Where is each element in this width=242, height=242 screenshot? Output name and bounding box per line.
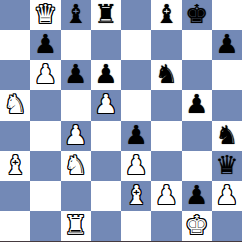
white-knight[interactable]: ♞ bbox=[64, 152, 87, 178]
black-knight[interactable]: ♞ bbox=[215, 122, 238, 148]
square-d6[interactable]: ♟ bbox=[91, 60, 121, 90]
square-a7[interactable] bbox=[0, 30, 30, 60]
white-pawn[interactable]: ♟ bbox=[124, 152, 147, 178]
square-a8[interactable] bbox=[0, 0, 30, 30]
square-c6[interactable]: ♟ bbox=[61, 60, 91, 90]
square-b7[interactable]: ♟ bbox=[30, 30, 60, 60]
square-h2[interactable]: ♟ bbox=[212, 181, 242, 211]
square-c2[interactable] bbox=[61, 181, 91, 211]
black-queen[interactable]: ♛ bbox=[215, 152, 238, 178]
square-f3[interactable] bbox=[151, 151, 181, 181]
square-g4[interactable] bbox=[182, 121, 212, 151]
square-f1[interactable] bbox=[151, 211, 181, 241]
square-b2[interactable] bbox=[30, 181, 60, 211]
white-bishop[interactable]: ♝ bbox=[3, 152, 26, 178]
square-a5[interactable]: ♞ bbox=[0, 90, 30, 120]
square-b4[interactable] bbox=[30, 121, 60, 151]
square-g6[interactable] bbox=[182, 60, 212, 90]
square-e5[interactable] bbox=[121, 90, 151, 120]
square-g7[interactable] bbox=[182, 30, 212, 60]
square-f7[interactable] bbox=[151, 30, 181, 60]
black-knight[interactable]: ♞ bbox=[155, 61, 178, 87]
square-e3[interactable]: ♟ bbox=[121, 151, 151, 181]
square-d4[interactable] bbox=[91, 121, 121, 151]
square-e1[interactable] bbox=[121, 211, 151, 241]
square-g1[interactable]: ♚ bbox=[182, 211, 212, 241]
white-knight[interactable]: ♞ bbox=[3, 91, 26, 117]
square-a1[interactable] bbox=[0, 211, 30, 241]
square-g3[interactable] bbox=[182, 151, 212, 181]
square-h6[interactable] bbox=[212, 60, 242, 90]
square-h5[interactable] bbox=[212, 90, 242, 120]
square-e7[interactable] bbox=[121, 30, 151, 60]
square-f4[interactable] bbox=[151, 121, 181, 151]
square-d8[interactable]: ♜ bbox=[91, 0, 121, 30]
white-queen[interactable]: ♛ bbox=[34, 1, 57, 27]
square-g5[interactable]: ♟ bbox=[182, 90, 212, 120]
white-rook[interactable]: ♜ bbox=[64, 212, 87, 238]
square-c4[interactable]: ♟ bbox=[61, 121, 91, 151]
square-e2[interactable]: ♝ bbox=[121, 181, 151, 211]
square-a3[interactable]: ♝ bbox=[0, 151, 30, 181]
square-f6[interactable]: ♞ bbox=[151, 60, 181, 90]
square-b3[interactable] bbox=[30, 151, 60, 181]
white-bishop[interactable]: ♝ bbox=[124, 182, 147, 208]
square-b1[interactable] bbox=[30, 211, 60, 241]
square-c8[interactable]: ♝ bbox=[61, 0, 91, 30]
white-pawn[interactable]: ♟ bbox=[215, 182, 238, 208]
black-bishop[interactable]: ♝ bbox=[155, 1, 178, 27]
square-g2[interactable]: ♟ bbox=[182, 181, 212, 211]
black-pawn[interactable]: ♟ bbox=[215, 31, 238, 57]
square-f8[interactable]: ♝ bbox=[151, 0, 181, 30]
square-c5[interactable] bbox=[61, 90, 91, 120]
square-a2[interactable] bbox=[0, 181, 30, 211]
black-rook[interactable]: ♜ bbox=[94, 1, 117, 27]
square-b6[interactable]: ♟ bbox=[30, 60, 60, 90]
square-h4[interactable]: ♞ bbox=[212, 121, 242, 151]
white-pawn[interactable]: ♟ bbox=[94, 91, 117, 117]
square-f5[interactable] bbox=[151, 90, 181, 120]
white-pawn[interactable]: ♟ bbox=[34, 61, 57, 87]
square-h8[interactable] bbox=[212, 0, 242, 30]
square-h3[interactable]: ♛ bbox=[212, 151, 242, 181]
black-pawn[interactable]: ♟ bbox=[185, 182, 208, 208]
square-h7[interactable]: ♟ bbox=[212, 30, 242, 60]
square-d7[interactable] bbox=[91, 30, 121, 60]
square-d5[interactable]: ♟ bbox=[91, 90, 121, 120]
black-bishop[interactable]: ♝ bbox=[64, 1, 87, 27]
chess-board: ♛♝♜♝♚♟♟♟♟♟♞♞♟♟♟♟♞♝♞♟♛♝♟♟♟♜♚ bbox=[0, 0, 242, 242]
square-d3[interactable] bbox=[91, 151, 121, 181]
white-king[interactable]: ♚ bbox=[185, 212, 208, 238]
black-pawn[interactable]: ♟ bbox=[94, 61, 117, 87]
square-b5[interactable] bbox=[30, 90, 60, 120]
black-king[interactable]: ♚ bbox=[185, 1, 208, 27]
square-e8[interactable] bbox=[121, 0, 151, 30]
white-pawn[interactable]: ♟ bbox=[64, 122, 87, 148]
white-pawn[interactable]: ♟ bbox=[155, 182, 178, 208]
square-g8[interactable]: ♚ bbox=[182, 0, 212, 30]
black-pawn[interactable]: ♟ bbox=[185, 91, 208, 117]
square-e4[interactable]: ♟ bbox=[121, 121, 151, 151]
square-h1[interactable] bbox=[212, 211, 242, 241]
square-b8[interactable]: ♛ bbox=[30, 0, 60, 30]
square-d1[interactable] bbox=[91, 211, 121, 241]
square-d2[interactable] bbox=[91, 181, 121, 211]
square-c7[interactable] bbox=[61, 30, 91, 60]
black-pawn[interactable]: ♟ bbox=[64, 61, 87, 87]
black-pawn[interactable]: ♟ bbox=[124, 122, 147, 148]
square-e6[interactable] bbox=[121, 60, 151, 90]
square-f2[interactable]: ♟ bbox=[151, 181, 181, 211]
square-a6[interactable] bbox=[0, 60, 30, 90]
square-c1[interactable]: ♜ bbox=[61, 211, 91, 241]
square-a4[interactable] bbox=[0, 121, 30, 151]
square-c3[interactable]: ♞ bbox=[61, 151, 91, 181]
black-pawn[interactable]: ♟ bbox=[34, 31, 57, 57]
